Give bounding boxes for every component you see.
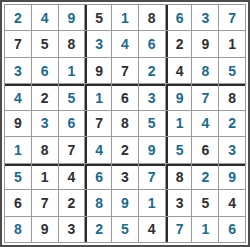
cell-r9c2[interactable]: 9 <box>32 217 58 242</box>
cell-r2c6[interactable]: 6 <box>139 31 165 56</box>
cell-r2c5[interactable]: 4 <box>112 31 138 56</box>
cell-r3c1[interactable]: 3 <box>5 58 31 83</box>
cell-r6c6[interactable]: 9 <box>139 137 165 162</box>
cell-r1c1[interactable]: 2 <box>5 5 31 30</box>
cell-r6c5[interactable]: 2 <box>112 137 138 162</box>
cell-r1c4[interactable]: 5 <box>85 5 111 30</box>
cell-r8c8[interactable]: 5 <box>192 190 218 215</box>
cell-r5c1[interactable]: 9 <box>5 111 31 136</box>
cell-r7c3[interactable]: 4 <box>59 164 85 189</box>
cell-r2c3[interactable]: 8 <box>59 31 85 56</box>
cell-r8c3[interactable]: 2 <box>59 190 85 215</box>
cell-r7c4[interactable]: 6 <box>85 164 111 189</box>
cell-r5c7[interactable]: 1 <box>166 111 192 136</box>
cell-r4c2[interactable]: 2 <box>32 84 58 109</box>
cell-r8c6[interactable]: 1 <box>139 190 165 215</box>
sudoku-grid: 2495186377583462913619724854251639789367… <box>4 4 246 243</box>
cell-r9c3[interactable]: 3 <box>59 217 85 242</box>
cell-r8c5[interactable]: 9 <box>112 190 138 215</box>
cell-r9c9[interactable]: 6 <box>219 217 245 242</box>
cell-r7c9[interactable]: 9 <box>219 164 245 189</box>
cell-r1c7[interactable]: 6 <box>166 5 192 30</box>
cell-r6c2[interactable]: 8 <box>32 137 58 162</box>
cell-r6c7[interactable]: 5 <box>166 137 192 162</box>
cell-r3c8[interactable]: 8 <box>192 58 218 83</box>
cell-r6c8[interactable]: 6 <box>192 137 218 162</box>
cell-r1c6[interactable]: 8 <box>139 5 165 30</box>
cell-r3c9[interactable]: 5 <box>219 58 245 83</box>
cell-r1c9[interactable]: 7 <box>219 5 245 30</box>
cell-r8c7[interactable]: 3 <box>166 190 192 215</box>
cell-r1c8[interactable]: 3 <box>192 5 218 30</box>
cell-r1c2[interactable]: 4 <box>32 5 58 30</box>
cell-r3c6[interactable]: 2 <box>139 58 165 83</box>
cell-r9c1[interactable]: 8 <box>5 217 31 242</box>
cell-r8c2[interactable]: 7 <box>32 190 58 215</box>
cell-r5c2[interactable]: 3 <box>32 111 58 136</box>
cell-r9c5[interactable]: 5 <box>112 217 138 242</box>
cell-r5c5[interactable]: 8 <box>112 111 138 136</box>
cell-r5c4[interactable]: 7 <box>85 111 111 136</box>
cell-r3c2[interactable]: 6 <box>32 58 58 83</box>
cell-r5c3[interactable]: 6 <box>59 111 85 136</box>
cell-r9c6[interactable]: 4 <box>139 217 165 242</box>
sudoku-board: 2495186377583462913619724854251639789367… <box>0 0 250 247</box>
cell-r3c7[interactable]: 4 <box>166 58 192 83</box>
cell-r3c5[interactable]: 7 <box>112 58 138 83</box>
cell-r7c6[interactable]: 7 <box>139 164 165 189</box>
cell-r8c9[interactable]: 4 <box>219 190 245 215</box>
cell-r2c8[interactable]: 9 <box>192 31 218 56</box>
cell-r5c9[interactable]: 2 <box>219 111 245 136</box>
cell-r3c4[interactable]: 9 <box>85 58 111 83</box>
cell-r2c2[interactable]: 5 <box>32 31 58 56</box>
cell-r5c8[interactable]: 4 <box>192 111 218 136</box>
cell-r2c9[interactable]: 1 <box>219 31 245 56</box>
cell-r7c1[interactable]: 5 <box>5 164 31 189</box>
cell-r7c5[interactable]: 3 <box>112 164 138 189</box>
cell-r6c3[interactable]: 7 <box>59 137 85 162</box>
cell-r6c4[interactable]: 4 <box>85 137 111 162</box>
cell-r8c4[interactable]: 8 <box>85 190 111 215</box>
cell-r6c9[interactable]: 3 <box>219 137 245 162</box>
cell-r8c1[interactable]: 6 <box>5 190 31 215</box>
cell-r4c4[interactable]: 1 <box>85 84 111 109</box>
cell-r4c1[interactable]: 4 <box>5 84 31 109</box>
cell-r7c2[interactable]: 1 <box>32 164 58 189</box>
cell-r2c4[interactable]: 3 <box>85 31 111 56</box>
cell-r7c8[interactable]: 2 <box>192 164 218 189</box>
cell-r7c7[interactable]: 8 <box>166 164 192 189</box>
cell-r9c4[interactable]: 2 <box>85 217 111 242</box>
cell-r4c6[interactable]: 3 <box>139 84 165 109</box>
cell-r9c7[interactable]: 7 <box>166 217 192 242</box>
cell-r2c1[interactable]: 7 <box>5 31 31 56</box>
cell-r4c9[interactable]: 8 <box>219 84 245 109</box>
cell-r1c3[interactable]: 9 <box>59 5 85 30</box>
cell-r1c5[interactable]: 1 <box>112 5 138 30</box>
cell-r4c5[interactable]: 6 <box>112 84 138 109</box>
cell-r4c3[interactable]: 5 <box>59 84 85 109</box>
cell-r9c8[interactable]: 1 <box>192 217 218 242</box>
cell-r3c3[interactable]: 1 <box>59 58 85 83</box>
cell-r2c7[interactable]: 2 <box>166 31 192 56</box>
cell-r6c1[interactable]: 1 <box>5 137 31 162</box>
cell-r5c6[interactable]: 5 <box>139 111 165 136</box>
cell-r4c8[interactable]: 7 <box>192 84 218 109</box>
cell-r4c7[interactable]: 9 <box>166 84 192 109</box>
